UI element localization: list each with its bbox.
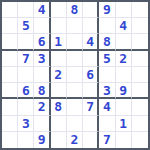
- cell-r8c6[interactable]: [83, 116, 99, 132]
- cell-r8c7[interactable]: [99, 116, 115, 132]
- cell-r2c4[interactable]: [51, 18, 67, 34]
- cell-r4c9[interactable]: [132, 51, 148, 67]
- cell-r8c4[interactable]: [51, 116, 67, 132]
- cell-r3c4[interactable]: 1: [51, 34, 67, 50]
- cell-r8c1[interactable]: [2, 116, 18, 132]
- cell-r7c9[interactable]: [132, 99, 148, 115]
- cell-r5c3[interactable]: [34, 67, 50, 83]
- cell-r5c6[interactable]: 6: [83, 67, 99, 83]
- cell-r3c8[interactable]: [116, 34, 132, 50]
- cell-r4c5[interactable]: [67, 51, 83, 67]
- cell-r1c8[interactable]: [116, 2, 132, 18]
- cell-r7c2[interactable]: [18, 99, 34, 115]
- cell-r6c4[interactable]: [51, 83, 67, 99]
- cell-r2c6[interactable]: [83, 18, 99, 34]
- cell-r4c7[interactable]: 5: [99, 51, 115, 67]
- cell-r3c9[interactable]: [132, 34, 148, 50]
- cell-r8c8[interactable]: 1: [116, 116, 132, 132]
- cell-r8c3[interactable]: [34, 116, 50, 132]
- cell-r2c1[interactable]: [2, 18, 18, 34]
- cell-r6c8[interactable]: 9: [116, 83, 132, 99]
- cell-r9c8[interactable]: [116, 132, 132, 148]
- cell-r4c2[interactable]: 7: [18, 51, 34, 67]
- cell-r4c1[interactable]: [2, 51, 18, 67]
- cell-r1c2[interactable]: [18, 2, 34, 18]
- cell-r2c5[interactable]: [67, 18, 83, 34]
- cell-r9c2[interactable]: [18, 132, 34, 148]
- cell-r5c2[interactable]: [18, 67, 34, 83]
- cell-r3c3[interactable]: 6: [34, 34, 50, 50]
- cell-r2c8[interactable]: 4: [116, 18, 132, 34]
- cell-r8c5[interactable]: [67, 116, 83, 132]
- cell-r6c6[interactable]: [83, 83, 99, 99]
- cell-r1c1[interactable]: [2, 2, 18, 18]
- cell-r5c8[interactable]: [116, 67, 132, 83]
- cell-r4c3[interactable]: 3: [34, 51, 50, 67]
- cell-r2c7[interactable]: [99, 18, 115, 34]
- cell-r6c2[interactable]: 6: [18, 83, 34, 99]
- cell-r9c6[interactable]: [83, 132, 99, 148]
- cell-r9c4[interactable]: [51, 132, 67, 148]
- cell-r3c1[interactable]: [2, 34, 18, 50]
- cell-r2c2[interactable]: 5: [18, 18, 34, 34]
- cell-r7c4[interactable]: 8: [51, 99, 67, 115]
- cell-r4c8[interactable]: 2: [116, 51, 132, 67]
- cell-r1c6[interactable]: [83, 2, 99, 18]
- cell-r1c3[interactable]: 4: [34, 2, 50, 18]
- cell-r6c1[interactable]: [2, 83, 18, 99]
- sudoku-board: 4895461487352266839287431927: [0, 0, 150, 150]
- cell-r7c7[interactable]: 4: [99, 99, 115, 115]
- cell-r2c9[interactable]: [132, 18, 148, 34]
- cell-r6c9[interactable]: [132, 83, 148, 99]
- cell-r7c3[interactable]: 2: [34, 99, 50, 115]
- cell-r2c3[interactable]: [34, 18, 50, 34]
- cell-r5c9[interactable]: [132, 67, 148, 83]
- cell-r5c1[interactable]: [2, 67, 18, 83]
- cell-r6c7[interactable]: 3: [99, 83, 115, 99]
- cell-r7c5[interactable]: [67, 99, 83, 115]
- cell-r9c7[interactable]: 7: [99, 132, 115, 148]
- cell-r5c5[interactable]: [67, 67, 83, 83]
- cell-r7c1[interactable]: [2, 99, 18, 115]
- cell-r1c5[interactable]: 8: [67, 2, 83, 18]
- cell-r7c8[interactable]: [116, 99, 132, 115]
- cell-r9c5[interactable]: 2: [67, 132, 83, 148]
- cell-r3c6[interactable]: 4: [83, 34, 99, 50]
- cell-r9c3[interactable]: 9: [34, 132, 50, 148]
- cell-r1c7[interactable]: 9: [99, 2, 115, 18]
- cell-r9c1[interactable]: [2, 132, 18, 148]
- cell-r6c3[interactable]: 8: [34, 83, 50, 99]
- cell-r5c7[interactable]: [99, 67, 115, 83]
- cell-r5c4[interactable]: 2: [51, 67, 67, 83]
- cell-r4c6[interactable]: [83, 51, 99, 67]
- cell-r6c5[interactable]: [67, 83, 83, 99]
- cell-r3c2[interactable]: [18, 34, 34, 50]
- cell-r3c5[interactable]: [67, 34, 83, 50]
- cell-r8c2[interactable]: 3: [18, 116, 34, 132]
- cell-r1c9[interactable]: [132, 2, 148, 18]
- cell-r1c4[interactable]: [51, 2, 67, 18]
- cell-r3c7[interactable]: 8: [99, 34, 115, 50]
- cell-r8c9[interactable]: [132, 116, 148, 132]
- cell-r9c9[interactable]: [132, 132, 148, 148]
- cell-r7c6[interactable]: 7: [83, 99, 99, 115]
- cell-r4c4[interactable]: [51, 51, 67, 67]
